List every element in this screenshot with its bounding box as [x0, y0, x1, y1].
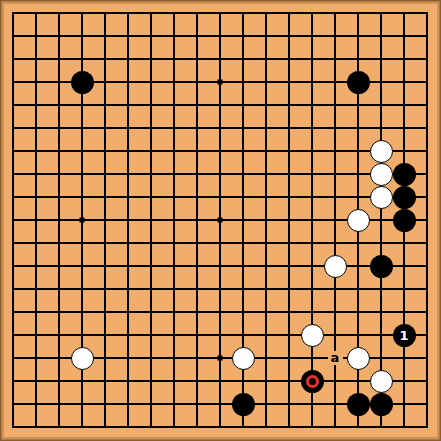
- black-stone: [393, 186, 416, 209]
- white-stone: [370, 140, 393, 163]
- black-stone: [347, 71, 370, 94]
- white-stone: [347, 347, 370, 370]
- point-label-a: a: [328, 351, 343, 365]
- black-stone: [393, 209, 416, 232]
- black-stone: [393, 163, 416, 186]
- move-number-label: 1: [399, 328, 408, 341]
- black-stone: [71, 71, 94, 94]
- black-stone: [301, 370, 324, 393]
- white-stone: [370, 370, 393, 393]
- white-stone: [301, 324, 324, 347]
- go-board: 1a: [0, 0, 441, 441]
- white-stone: [370, 163, 393, 186]
- black-stone: 1: [393, 324, 416, 347]
- white-stone: [347, 209, 370, 232]
- black-stone: [370, 393, 393, 416]
- white-stone: [71, 347, 94, 370]
- white-stone: [232, 347, 255, 370]
- black-stone: [232, 393, 255, 416]
- black-stone: [370, 255, 393, 278]
- stones-layer: 1a: [2, 2, 439, 439]
- white-stone: [324, 255, 347, 278]
- black-stone: [347, 393, 370, 416]
- white-stone: [370, 186, 393, 209]
- red-circle-marker: [306, 375, 319, 388]
